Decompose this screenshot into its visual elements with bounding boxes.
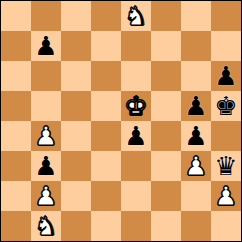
square-g3[interactable]: ♟	[181, 151, 211, 181]
square-b4[interactable]: ♟	[31, 121, 61, 151]
square-c1[interactable]	[61, 211, 91, 241]
white-knight: ♞	[34, 211, 57, 241]
square-a7[interactable]	[1, 31, 31, 61]
square-a8[interactable]	[1, 1, 31, 31]
square-b1[interactable]: ♞	[31, 211, 61, 241]
square-a2[interactable]	[1, 181, 31, 211]
square-d1[interactable]	[91, 211, 121, 241]
square-e1[interactable]	[121, 211, 151, 241]
square-c7[interactable]	[61, 31, 91, 61]
black-pawn: ♟	[214, 61, 237, 91]
square-c5[interactable]	[61, 91, 91, 121]
square-f2[interactable]	[151, 181, 181, 211]
square-f4[interactable]	[151, 121, 181, 151]
white-pawn: ♟	[214, 181, 237, 211]
chess-board: ♞♟♟♚♟♚♟♟♟♟♟♛♟♟♞	[1, 1, 241, 241]
square-h7[interactable]	[211, 31, 241, 61]
black-pawn: ♟	[184, 91, 207, 121]
square-f8[interactable]	[151, 1, 181, 31]
black-pawn: ♟	[34, 151, 57, 181]
square-g1[interactable]	[181, 211, 211, 241]
square-d3[interactable]	[91, 151, 121, 181]
square-b2[interactable]: ♟	[31, 181, 61, 211]
square-d8[interactable]	[91, 1, 121, 31]
square-f6[interactable]	[151, 61, 181, 91]
square-c3[interactable]	[61, 151, 91, 181]
square-g8[interactable]	[181, 1, 211, 31]
white-pawn: ♟	[34, 181, 57, 211]
square-h2[interactable]: ♟	[211, 181, 241, 211]
square-h8[interactable]	[211, 1, 241, 31]
square-g2[interactable]	[181, 181, 211, 211]
black-pawn: ♟	[124, 121, 147, 151]
white-pawn: ♟	[184, 151, 207, 181]
square-a4[interactable]	[1, 121, 31, 151]
square-b3[interactable]: ♟	[31, 151, 61, 181]
square-e7[interactable]	[121, 31, 151, 61]
square-b8[interactable]	[31, 1, 61, 31]
square-c4[interactable]	[61, 121, 91, 151]
square-e3[interactable]	[121, 151, 151, 181]
square-d2[interactable]	[91, 181, 121, 211]
square-h1[interactable]	[211, 211, 241, 241]
white-king: ♚	[124, 91, 147, 121]
square-e8[interactable]: ♞	[121, 1, 151, 31]
square-f3[interactable]	[151, 151, 181, 181]
white-knight: ♞	[124, 1, 147, 31]
square-h3[interactable]: ♛	[211, 151, 241, 181]
square-f5[interactable]	[151, 91, 181, 121]
square-e5[interactable]: ♚	[121, 91, 151, 121]
black-king: ♚	[214, 91, 237, 121]
square-e4[interactable]: ♟	[121, 121, 151, 151]
square-f1[interactable]	[151, 211, 181, 241]
black-queen: ♛	[214, 151, 237, 181]
square-c2[interactable]	[61, 181, 91, 211]
square-g7[interactable]	[181, 31, 211, 61]
square-g6[interactable]	[181, 61, 211, 91]
square-d6[interactable]	[91, 61, 121, 91]
square-g4[interactable]: ♟	[181, 121, 211, 151]
square-f7[interactable]	[151, 31, 181, 61]
square-h5[interactable]: ♚	[211, 91, 241, 121]
square-c8[interactable]	[61, 1, 91, 31]
square-b5[interactable]	[31, 91, 61, 121]
square-a6[interactable]	[1, 61, 31, 91]
square-a5[interactable]	[1, 91, 31, 121]
white-pawn: ♟	[34, 121, 57, 151]
square-b7[interactable]: ♟	[31, 31, 61, 61]
square-h4[interactable]	[211, 121, 241, 151]
square-h6[interactable]: ♟	[211, 61, 241, 91]
square-d7[interactable]	[91, 31, 121, 61]
square-c6[interactable]	[61, 61, 91, 91]
square-g5[interactable]: ♟	[181, 91, 211, 121]
black-pawn: ♟	[34, 31, 57, 61]
square-a1[interactable]	[1, 211, 31, 241]
square-e6[interactable]	[121, 61, 151, 91]
square-e2[interactable]	[121, 181, 151, 211]
square-b6[interactable]	[31, 61, 61, 91]
square-a3[interactable]	[1, 151, 31, 181]
board-frame: ♞♟♟♚♟♚♟♟♟♟♟♛♟♟♞	[0, 0, 242, 242]
square-d5[interactable]	[91, 91, 121, 121]
square-d4[interactable]	[91, 121, 121, 151]
black-pawn: ♟	[184, 121, 207, 151]
